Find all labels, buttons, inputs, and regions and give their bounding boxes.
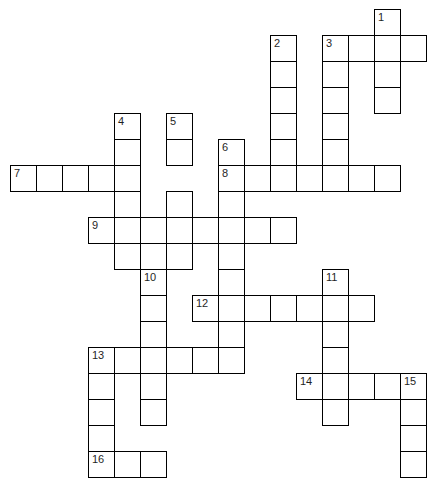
grid-cell[interactable] [400, 399, 427, 426]
puzzle-canvas: 12345678910111213141516 [0, 0, 434, 491]
cell-number: 10 [141, 270, 166, 283]
grid-cell[interactable] [270, 113, 297, 140]
grid-cell[interactable] [270, 295, 297, 322]
grid-cell[interactable] [166, 347, 193, 374]
grid-cell[interactable] [270, 87, 297, 114]
grid-cell[interactable] [114, 347, 141, 374]
cell-number: 7 [11, 166, 36, 179]
grid-cell[interactable] [192, 217, 219, 244]
grid-cell[interactable] [88, 399, 115, 426]
grid-cell[interactable] [270, 165, 297, 192]
grid-cell[interactable] [348, 35, 375, 62]
grid-cell[interactable] [322, 87, 349, 114]
cell-number: 8 [219, 166, 244, 179]
grid-cell[interactable] [322, 139, 349, 166]
grid-cell[interactable] [400, 451, 427, 478]
cell-number: 2 [271, 36, 296, 49]
grid-cell[interactable]: 11 [322, 269, 349, 296]
grid-cell[interactable] [270, 139, 297, 166]
grid-cell[interactable] [244, 165, 271, 192]
grid-cell[interactable] [140, 373, 167, 400]
cell-number: 5 [167, 114, 192, 127]
grid-cell[interactable] [140, 451, 167, 478]
grid-cell[interactable] [218, 347, 245, 374]
grid-cell[interactable] [166, 191, 193, 218]
grid-cell[interactable] [88, 165, 115, 192]
grid-cell[interactable] [244, 217, 271, 244]
grid-cell[interactable] [244, 295, 271, 322]
grid-cell[interactable]: 6 [218, 139, 245, 166]
grid-cell[interactable] [218, 191, 245, 218]
grid-cell[interactable]: 7 [10, 165, 37, 192]
cell-number: 13 [89, 348, 114, 361]
grid-cell[interactable] [218, 243, 245, 270]
grid-cell[interactable] [88, 373, 115, 400]
grid-cell[interactable]: 4 [114, 113, 141, 140]
grid-cell[interactable] [218, 269, 245, 296]
grid-cell[interactable]: 16 [88, 451, 115, 478]
grid-cell[interactable] [400, 425, 427, 452]
grid-cell[interactable] [114, 451, 141, 478]
grid-cell[interactable]: 12 [192, 295, 219, 322]
grid-cell[interactable] [140, 217, 167, 244]
grid-cell[interactable] [374, 165, 401, 192]
grid-cell[interactable] [88, 425, 115, 452]
grid-cell[interactable]: 13 [88, 347, 115, 374]
grid-cell[interactable] [322, 61, 349, 88]
grid-cell[interactable] [140, 399, 167, 426]
cell-number: 1 [375, 10, 400, 23]
grid-cell[interactable] [114, 191, 141, 218]
grid-cell[interactable] [140, 347, 167, 374]
grid-cell[interactable] [322, 347, 349, 374]
grid-cell[interactable] [62, 165, 89, 192]
grid-cell[interactable] [218, 321, 245, 348]
grid-cell[interactable] [400, 35, 427, 62]
grid-cell[interactable] [166, 139, 193, 166]
grid-cell[interactable] [374, 35, 401, 62]
grid-cell[interactable] [114, 217, 141, 244]
cell-number: 11 [323, 270, 348, 283]
cell-number: 15 [401, 374, 426, 387]
grid-cell[interactable] [322, 321, 349, 348]
cell-number: 14 [297, 374, 322, 387]
grid-cell[interactable]: 5 [166, 113, 193, 140]
grid-cell[interactable] [218, 217, 245, 244]
grid-cell[interactable] [348, 295, 375, 322]
grid-cell[interactable] [114, 139, 141, 166]
grid-cell[interactable]: 8 [218, 165, 245, 192]
grid-cell[interactable]: 3 [322, 35, 349, 62]
grid-cell[interactable] [36, 165, 63, 192]
cell-number: 12 [193, 296, 218, 309]
cell-number: 3 [323, 36, 348, 49]
grid-cell[interactable] [322, 165, 349, 192]
grid-cell[interactable] [322, 113, 349, 140]
grid-cell[interactable] [322, 399, 349, 426]
grid-cell[interactable] [374, 61, 401, 88]
grid-cell[interactable] [374, 373, 401, 400]
grid-cell[interactable] [296, 295, 323, 322]
grid-cell[interactable] [322, 295, 349, 322]
cell-number: 9 [89, 218, 114, 231]
grid-cell[interactable]: 2 [270, 35, 297, 62]
grid-cell[interactable]: 1 [374, 9, 401, 36]
grid-cell[interactable] [270, 61, 297, 88]
grid-cell[interactable] [374, 87, 401, 114]
grid-cell[interactable] [140, 321, 167, 348]
cell-number: 6 [219, 140, 244, 153]
crossword-grid: 12345678910111213141516 [10, 9, 428, 479]
grid-cell[interactable] [166, 217, 193, 244]
grid-cell[interactable] [296, 165, 323, 192]
grid-cell[interactable]: 9 [88, 217, 115, 244]
grid-cell[interactable] [322, 373, 349, 400]
cell-number: 4 [115, 114, 140, 127]
grid-cell[interactable] [348, 373, 375, 400]
grid-cell[interactable] [140, 295, 167, 322]
grid-cell[interactable]: 10 [140, 269, 167, 296]
grid-cell[interactable] [114, 165, 141, 192]
grid-cell[interactable] [192, 347, 219, 374]
grid-cell[interactable] [270, 217, 297, 244]
cell-number: 16 [89, 452, 114, 465]
grid-cell[interactable] [348, 165, 375, 192]
grid-cell[interactable] [166, 243, 193, 270]
grid-cell[interactable]: 14 [296, 373, 323, 400]
grid-cell[interactable] [218, 295, 245, 322]
grid-cell[interactable]: 15 [400, 373, 427, 400]
grid-cell[interactable] [140, 243, 167, 270]
grid-cell[interactable] [114, 243, 141, 270]
